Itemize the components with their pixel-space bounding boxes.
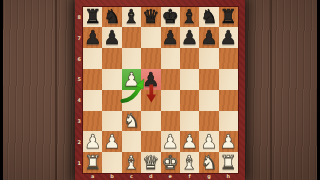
square-a7[interactable]: ♟ bbox=[83, 27, 102, 48]
wood-seam bbox=[270, 0, 272, 180]
black-pawn[interactable]: ♟ bbox=[200, 28, 217, 47]
black-pawn[interactable]: ♟ bbox=[162, 28, 179, 47]
white-king[interactable]: ♚ bbox=[162, 153, 179, 172]
square-g6[interactable] bbox=[199, 48, 218, 69]
video-frame: 87654321 ♜♞♝♛♚♝♞♜♟♟♟♟♟♟♟♟♞♟♟♟♟♟♟♜♝♛♚♝♞♜ … bbox=[0, 0, 320, 180]
square-a6[interactable] bbox=[83, 48, 102, 69]
square-e3[interactable] bbox=[161, 111, 180, 132]
square-a2[interactable]: ♟ bbox=[83, 131, 102, 152]
square-b7[interactable]: ♟ bbox=[102, 27, 121, 48]
square-g8[interactable]: ♞ bbox=[199, 7, 218, 28]
black-pawn[interactable]: ♟ bbox=[220, 28, 237, 47]
rank-label-8: 8 bbox=[76, 7, 84, 28]
white-pawn[interactable]: ♟ bbox=[123, 70, 140, 89]
square-b4[interactable] bbox=[102, 90, 121, 111]
square-d5[interactable]: ♟ bbox=[141, 69, 160, 90]
file-label-c: c bbox=[122, 173, 141, 180]
black-knight[interactable]: ♞ bbox=[200, 7, 217, 26]
white-knight[interactable]: ♞ bbox=[200, 153, 217, 172]
square-f2[interactable]: ♟ bbox=[180, 131, 199, 152]
file-label-a: a bbox=[83, 173, 102, 180]
board-frame: 87654321 ♜♞♝♛♚♝♞♜♟♟♟♟♟♟♟♟♞♟♟♟♟♟♟♜♝♛♚♝♞♜ … bbox=[75, 0, 245, 180]
square-h8[interactable]: ♜ bbox=[219, 7, 238, 28]
rank-label-3: 3 bbox=[76, 111, 84, 132]
file-label-b: b bbox=[102, 173, 121, 180]
square-d8[interactable]: ♛ bbox=[141, 7, 160, 28]
chess-board: ♜♞♝♛♚♝♞♜♟♟♟♟♟♟♟♟♞♟♟♟♟♟♟♜♝♛♚♝♞♜ bbox=[83, 7, 238, 174]
white-rook[interactable]: ♜ bbox=[84, 153, 101, 172]
white-pawn[interactable]: ♟ bbox=[104, 132, 121, 151]
square-g2[interactable]: ♟ bbox=[199, 131, 218, 152]
white-bishop[interactable]: ♝ bbox=[181, 153, 198, 172]
square-f3[interactable] bbox=[180, 111, 199, 132]
square-e5[interactable] bbox=[161, 69, 180, 90]
square-h6[interactable] bbox=[219, 48, 238, 69]
square-g7[interactable]: ♟ bbox=[199, 27, 218, 48]
square-b6[interactable] bbox=[102, 48, 121, 69]
square-b5[interactable] bbox=[102, 69, 121, 90]
square-e6[interactable] bbox=[161, 48, 180, 69]
white-rook[interactable]: ♜ bbox=[220, 153, 237, 172]
square-f6[interactable] bbox=[180, 48, 199, 69]
rank-labels: 87654321 bbox=[76, 7, 84, 174]
square-e8[interactable]: ♚ bbox=[161, 7, 180, 28]
square-f8[interactable]: ♝ bbox=[180, 7, 199, 28]
square-c6[interactable] bbox=[122, 48, 141, 69]
square-a1[interactable]: ♜ bbox=[83, 152, 102, 173]
square-d7[interactable] bbox=[141, 27, 160, 48]
square-c2[interactable] bbox=[122, 131, 141, 152]
square-a4[interactable] bbox=[83, 90, 102, 111]
square-c5[interactable]: ♟ bbox=[122, 69, 141, 90]
white-pawn[interactable]: ♟ bbox=[220, 132, 237, 151]
square-d1[interactable]: ♛ bbox=[141, 152, 160, 173]
black-rook[interactable]: ♜ bbox=[84, 7, 101, 26]
black-pawn[interactable]: ♟ bbox=[142, 70, 159, 89]
file-labels: abcdefgh bbox=[83, 173, 238, 180]
square-h2[interactable]: ♟ bbox=[219, 131, 238, 152]
square-h1[interactable]: ♜ bbox=[219, 152, 238, 173]
black-rook[interactable]: ♜ bbox=[220, 7, 237, 26]
square-d4[interactable] bbox=[141, 90, 160, 111]
square-c8[interactable]: ♝ bbox=[122, 7, 141, 28]
square-a5[interactable] bbox=[83, 69, 102, 90]
square-a3[interactable] bbox=[83, 111, 102, 132]
black-pawn[interactable]: ♟ bbox=[84, 28, 101, 47]
letterbox-left bbox=[0, 0, 3, 180]
rank-label-1: 1 bbox=[76, 152, 84, 173]
rank-label-7: 7 bbox=[76, 27, 84, 48]
white-queen[interactable]: ♛ bbox=[142, 153, 159, 172]
file-label-h: h bbox=[219, 173, 238, 180]
black-king[interactable]: ♚ bbox=[162, 7, 179, 26]
square-c1[interactable]: ♝ bbox=[122, 152, 141, 173]
square-e2[interactable]: ♟ bbox=[161, 131, 180, 152]
square-b2[interactable]: ♟ bbox=[102, 131, 121, 152]
square-e7[interactable]: ♟ bbox=[161, 27, 180, 48]
square-f7[interactable]: ♟ bbox=[180, 27, 199, 48]
square-d6[interactable] bbox=[141, 48, 160, 69]
square-a8[interactable]: ♜ bbox=[83, 7, 102, 28]
wood-seam bbox=[55, 0, 57, 180]
rank-label-2: 2 bbox=[76, 131, 84, 152]
square-c3[interactable]: ♞ bbox=[122, 111, 141, 132]
square-h4[interactable] bbox=[219, 90, 238, 111]
black-knight[interactable]: ♞ bbox=[104, 7, 121, 26]
file-label-d: d bbox=[141, 173, 160, 180]
square-f5[interactable] bbox=[180, 69, 199, 90]
square-g3[interactable] bbox=[199, 111, 218, 132]
square-g4[interactable] bbox=[199, 90, 218, 111]
square-h3[interactable] bbox=[219, 111, 238, 132]
square-f1[interactable]: ♝ bbox=[180, 152, 199, 173]
white-pawn[interactable]: ♟ bbox=[181, 132, 198, 151]
white-bishop[interactable]: ♝ bbox=[123, 153, 140, 172]
square-d2[interactable] bbox=[141, 131, 160, 152]
white-pawn[interactable]: ♟ bbox=[162, 132, 179, 151]
white-pawn[interactable]: ♟ bbox=[200, 132, 217, 151]
square-e4[interactable] bbox=[161, 90, 180, 111]
black-bishop[interactable]: ♝ bbox=[181, 7, 198, 26]
square-b1[interactable] bbox=[102, 152, 121, 173]
square-c7[interactable] bbox=[122, 27, 141, 48]
square-g1[interactable]: ♞ bbox=[199, 152, 218, 173]
file-label-e: e bbox=[161, 173, 180, 180]
rank-label-6: 6 bbox=[76, 48, 84, 69]
square-d3[interactable] bbox=[141, 111, 160, 132]
black-pawn[interactable]: ♟ bbox=[181, 28, 198, 47]
file-label-g: g bbox=[199, 173, 218, 180]
black-bishop[interactable]: ♝ bbox=[123, 7, 140, 26]
rank-label-4: 4 bbox=[76, 90, 84, 111]
square-g5[interactable] bbox=[199, 69, 218, 90]
black-queen[interactable]: ♛ bbox=[142, 7, 159, 26]
rank-label-5: 5 bbox=[76, 69, 84, 90]
square-e1[interactable]: ♚ bbox=[161, 152, 180, 173]
white-pawn[interactable]: ♟ bbox=[84, 132, 101, 151]
file-label-f: f bbox=[180, 173, 199, 180]
square-f4[interactable] bbox=[180, 90, 199, 111]
square-h5[interactable] bbox=[219, 69, 238, 90]
white-knight[interactable]: ♞ bbox=[123, 111, 140, 130]
square-b3[interactable] bbox=[102, 111, 121, 132]
square-b8[interactable]: ♞ bbox=[102, 7, 121, 28]
black-pawn[interactable]: ♟ bbox=[104, 28, 121, 47]
square-h7[interactable]: ♟ bbox=[219, 27, 238, 48]
square-c4[interactable] bbox=[122, 90, 141, 111]
